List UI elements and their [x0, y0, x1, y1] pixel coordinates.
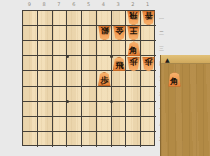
square-3-8[interactable]	[112, 117, 127, 132]
square-7-1[interactable]	[53, 11, 68, 26]
square-9-8[interactable]	[23, 117, 38, 132]
square-5-8[interactable]	[82, 117, 97, 132]
file-label: 4	[96, 1, 111, 8]
square-7-7[interactable]	[53, 102, 68, 117]
square-8-6[interactable]	[38, 87, 53, 102]
square-3-3[interactable]	[112, 41, 127, 56]
square-4-9[interactable]	[97, 132, 112, 147]
sente-hand-tray: ▲ 角	[160, 55, 210, 156]
piece-kanji: 香	[144, 11, 152, 21]
piece-kanji: 銀	[100, 26, 108, 36]
hand-tray-header: ▲	[161, 55, 210, 64]
square-4-3[interactable]	[97, 41, 112, 56]
square-2-5[interactable]	[126, 71, 141, 86]
square-1-8[interactable]	[141, 117, 156, 132]
square-1-7[interactable]	[141, 102, 156, 117]
file-label: 3	[111, 1, 126, 8]
square-8-2[interactable]	[38, 26, 53, 41]
square-2-7[interactable]	[126, 102, 141, 117]
hoshi-dot	[66, 100, 69, 103]
square-6-4[interactable]	[67, 56, 82, 71]
square-3-1[interactable]	[112, 11, 127, 26]
square-8-8[interactable]	[38, 117, 53, 132]
square-1-6[interactable]	[141, 87, 156, 102]
square-3-9[interactable]	[112, 132, 127, 147]
hoshi-dot	[66, 55, 69, 58]
hoshi-dot	[110, 55, 113, 58]
square-8-4[interactable]	[38, 56, 53, 71]
square-8-3[interactable]	[38, 41, 53, 56]
file-label: 8	[37, 1, 52, 8]
square-9-4[interactable]	[23, 56, 38, 71]
square-6-8[interactable]	[67, 117, 82, 132]
square-6-2[interactable]	[67, 26, 82, 41]
square-1-5[interactable]	[141, 71, 156, 86]
file-label: 2	[125, 1, 140, 8]
square-9-9[interactable]	[23, 132, 38, 147]
square-6-9[interactable]	[67, 132, 82, 147]
sente-marker: ▲	[165, 56, 170, 63]
square-1-2[interactable]	[141, 26, 156, 41]
piece-sente-角[interactable]: 角	[168, 72, 181, 87]
square-3-6[interactable]	[112, 87, 127, 102]
screen: 987654321 飛香銀金王角飛歩歩歩 一二三四五六七八九 ▲ 角	[0, 0, 210, 156]
square-9-6[interactable]	[23, 87, 38, 102]
square-2-6[interactable]	[126, 87, 141, 102]
square-9-7[interactable]	[23, 102, 38, 117]
square-7-3[interactable]	[53, 41, 68, 56]
file-labels: 987654321	[22, 1, 155, 8]
file-label: 9	[22, 1, 37, 8]
square-5-1[interactable]	[82, 11, 97, 26]
square-7-8[interactable]	[53, 117, 68, 132]
file-label: 5	[81, 1, 96, 8]
square-3-5[interactable]	[112, 71, 127, 86]
square-2-8[interactable]	[126, 117, 141, 132]
square-9-1[interactable]	[23, 11, 38, 26]
file-label: 1	[140, 1, 155, 8]
square-7-5[interactable]	[53, 71, 68, 86]
shogi-board[interactable]: 飛香銀金王角飛歩歩歩	[22, 10, 155, 146]
square-5-2[interactable]	[82, 26, 97, 41]
square-6-7[interactable]	[67, 102, 82, 117]
square-2-9[interactable]	[126, 132, 141, 147]
square-5-3[interactable]	[82, 41, 97, 56]
square-9-5[interactable]	[23, 71, 38, 86]
square-6-3[interactable]	[67, 41, 82, 56]
rank-label: 三	[157, 40, 166, 55]
square-7-6[interactable]	[53, 87, 68, 102]
square-9-3[interactable]	[23, 41, 38, 56]
square-8-9[interactable]	[38, 132, 53, 147]
square-5-5[interactable]	[82, 71, 97, 86]
piece-kanji: 金	[115, 26, 123, 36]
square-4-6[interactable]	[97, 87, 112, 102]
square-6-5[interactable]	[67, 71, 82, 86]
square-4-8[interactable]	[97, 117, 112, 132]
square-4-1[interactable]	[97, 11, 112, 26]
piece-kanji: 飛	[130, 11, 138, 21]
square-4-7[interactable]	[97, 102, 112, 117]
file-label: 6	[66, 1, 81, 8]
rank-label: 二	[157, 25, 166, 40]
file-label: 7	[52, 1, 67, 8]
square-8-7[interactable]	[38, 102, 53, 117]
piece-kanji: 歩	[144, 57, 152, 67]
rank-label: 一	[157, 10, 166, 25]
square-6-1[interactable]	[67, 11, 82, 26]
square-1-3[interactable]	[141, 41, 156, 56]
square-5-7[interactable]	[82, 102, 97, 117]
square-7-9[interactable]	[53, 132, 68, 147]
piece-kanji: 角	[130, 46, 138, 56]
square-6-6[interactable]	[67, 87, 82, 102]
piece-kanji: 歩	[100, 76, 108, 86]
square-8-1[interactable]	[38, 11, 53, 26]
square-4-4[interactable]	[97, 56, 112, 71]
square-8-5[interactable]	[38, 71, 53, 86]
square-7-2[interactable]	[53, 26, 68, 41]
square-5-6[interactable]	[82, 87, 97, 102]
square-3-7[interactable]	[112, 102, 127, 117]
piece-kanji: 角	[170, 76, 178, 86]
square-1-9[interactable]	[141, 132, 156, 147]
piece-kanji: 歩	[130, 57, 138, 67]
piece-kanji: 飛	[115, 61, 123, 71]
square-5-9[interactable]	[82, 132, 97, 147]
square-9-2[interactable]	[23, 26, 38, 41]
square-7-4[interactable]	[53, 56, 68, 71]
square-5-4[interactable]	[82, 56, 97, 71]
piece-kanji: 王	[130, 26, 138, 36]
